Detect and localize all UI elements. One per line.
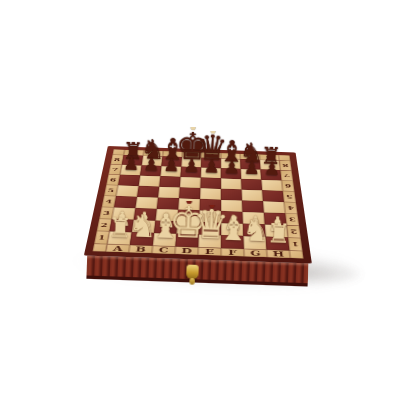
square-a6: [118, 175, 140, 186]
square-a5: [116, 185, 139, 197]
square-g5: [242, 190, 263, 202]
square-d5: [179, 187, 200, 199]
square-g4: [242, 200, 264, 212]
square-c1: ♝: [153, 233, 177, 247]
square-h4: [263, 201, 285, 213]
square-f3: [221, 211, 243, 224]
square-h3: [264, 213, 287, 226]
file-label-f: F: [221, 248, 244, 256]
square-a2: ♟: [110, 219, 134, 232]
square-a3: [112, 207, 136, 220]
brass-latch-icon: [186, 265, 199, 280]
square-f5: [221, 189, 242, 201]
box-front-panel: [86, 256, 308, 287]
square-f7: ♟: [221, 168, 241, 179]
rank-label-right-5: 5: [283, 191, 296, 202]
square-e5: [200, 188, 221, 200]
file-label-h: H: [267, 250, 291, 258]
border-corner: [289, 250, 303, 258]
rank-label-right-4: 4: [284, 202, 298, 214]
square-g2: ♟: [243, 224, 266, 237]
square-c4: [157, 198, 179, 210]
piece-dark-bishop-c8: ♝: [159, 134, 186, 164]
square-b7: ♟: [140, 165, 161, 176]
rank-label-right-3: 3: [285, 213, 299, 225]
square-e2: ♟: [199, 222, 221, 235]
rank-label-right-2: 2: [287, 225, 301, 238]
chess-board: ABCDEFGH8♜♞♝♚♛♝♞♜87♟♟♟♟♟♟♟♟7665544332♟♟♟…: [84, 146, 312, 263]
square-b5: [137, 186, 159, 198]
square-b1: ♞: [130, 232, 154, 246]
rank-label-left-3: 3: [99, 207, 114, 219]
square-d7: ♟: [181, 167, 202, 178]
square-d4: [178, 198, 200, 210]
square-h6: [261, 180, 282, 191]
rank-label-right-6: 6: [282, 180, 295, 191]
square-a4: [114, 196, 137, 208]
square-e7: ♟: [201, 168, 221, 179]
square-d6: [180, 177, 201, 188]
square-g1: ♞: [243, 236, 266, 250]
file-label-b: B: [129, 245, 153, 253]
file-label-a: A: [106, 244, 130, 252]
square-c7: ♟: [160, 166, 181, 177]
photo-canvas: ABCDEFGH8♜♞♝♚♛♝♞♜87♟♟♟♟♟♟♟♟7665544332♟♟♟…: [0, 0, 400, 400]
square-h2: ♟: [265, 224, 288, 237]
square-h1: ♜: [266, 237, 290, 251]
square-e1: ♛: [198, 234, 221, 248]
square-b2: ♟: [132, 220, 156, 233]
square-b3: [134, 208, 157, 221]
square-d1: ♚: [176, 234, 199, 248]
rank-label-left-4: 4: [102, 196, 116, 208]
file-label-d: D: [175, 247, 198, 255]
square-a1: ♜: [107, 231, 132, 245]
rank-label-right-7: 7: [280, 170, 293, 181]
square-f6: [221, 178, 242, 189]
square-f2: ♟: [221, 223, 243, 236]
square-g7: ♟: [241, 169, 262, 180]
square-e3: [199, 210, 221, 223]
square-g3: [242, 212, 264, 225]
rank-label-right-1: 1: [288, 238, 302, 251]
square-f1: ♝: [221, 235, 244, 249]
file-label-g: G: [244, 249, 267, 257]
square-c2: ♟: [154, 221, 177, 234]
rank-label-right-8: 8: [279, 160, 291, 170]
contrast-finial-icon: [210, 129, 215, 134]
square-a7: ♟: [120, 165, 142, 176]
square-b6: [139, 175, 161, 186]
square-c5: [158, 187, 180, 199]
square-e6: [200, 178, 221, 189]
square-c3: [155, 209, 178, 222]
square-e4: [200, 199, 221, 211]
file-label-e: E: [198, 247, 221, 255]
contrast-finial-icon: [190, 125, 195, 130]
square-f4: [221, 200, 242, 212]
square-c6: [159, 176, 180, 187]
file-label-c: C: [152, 246, 176, 254]
square-d2: ♟: [176, 221, 199, 234]
square-b4: [135, 197, 158, 209]
square-h5: [262, 190, 284, 202]
square-h7: ♟: [261, 170, 282, 181]
square-d3: [177, 210, 199, 223]
square-g6: [241, 179, 262, 190]
